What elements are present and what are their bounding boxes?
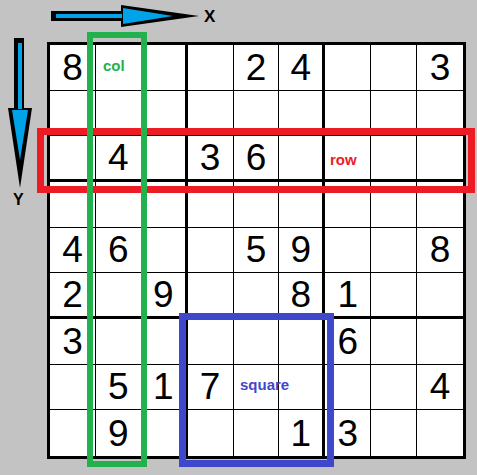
- sudoku-cell[interactable]: [417, 182, 463, 228]
- sudoku-cell[interactable]: [188, 410, 234, 456]
- square-label: square: [240, 377, 289, 392]
- sudoku-cell[interactable]: [371, 182, 417, 228]
- sudoku-cell[interactable]: 4: [50, 228, 96, 274]
- sudoku-cell[interactable]: 1: [142, 365, 188, 411]
- sudoku-cell[interactable]: 4: [279, 45, 325, 91]
- sudoku-cell[interactable]: 3: [325, 410, 371, 456]
- sudoku-cell[interactable]: [417, 273, 463, 319]
- sudoku-cell[interactable]: [279, 182, 325, 228]
- sudoku-cell[interactable]: [50, 410, 96, 456]
- sudoku-cell[interactable]: [188, 273, 234, 319]
- col-label: col: [103, 58, 125, 73]
- sudoku-cell[interactable]: [96, 182, 142, 228]
- sudoku-cell[interactable]: [371, 319, 417, 365]
- sudoku-cell[interactable]: [325, 228, 371, 274]
- y-axis-arrow-icon: [7, 38, 33, 188]
- sudoku-cell[interactable]: [325, 365, 371, 411]
- sudoku-cell[interactable]: [417, 410, 463, 456]
- sudoku-cell[interactable]: 1: [325, 273, 371, 319]
- sudoku-cell[interactable]: [234, 273, 280, 319]
- sudoku-cell[interactable]: [188, 91, 234, 137]
- sudoku-cell[interactable]: [50, 365, 96, 411]
- sudoku-cell[interactable]: [96, 319, 142, 365]
- sudoku-cell[interactable]: [234, 410, 280, 456]
- sudoku-cell[interactable]: 8: [417, 228, 463, 274]
- sudoku-cell[interactable]: [279, 91, 325, 137]
- sudoku-cell[interactable]: [279, 136, 325, 182]
- sudoku-cell[interactable]: [371, 273, 417, 319]
- sudoku-cell[interactable]: [234, 319, 280, 365]
- sudoku-cell[interactable]: [417, 91, 463, 137]
- sudoku-cell[interactable]: [371, 45, 417, 91]
- sudoku-cell[interactable]: 3: [50, 319, 96, 365]
- sudoku-cell[interactable]: 8: [50, 45, 96, 91]
- sudoku-cell[interactable]: [279, 319, 325, 365]
- sudoku-cell[interactable]: 6: [325, 319, 371, 365]
- sudoku-cell[interactable]: [371, 365, 417, 411]
- sudoku-cell[interactable]: [50, 91, 96, 137]
- sudoku-cell[interactable]: 7: [188, 365, 234, 411]
- sudoku-cell[interactable]: [234, 91, 280, 137]
- y-axis-label: Y: [13, 192, 24, 208]
- sudoku-cell[interactable]: 9: [279, 228, 325, 274]
- sudoku-cell[interactable]: [188, 228, 234, 274]
- sudoku-cell[interactable]: [371, 228, 417, 274]
- x-axis-label: X: [204, 8, 215, 25]
- sudoku-cell[interactable]: [371, 410, 417, 456]
- sudoku-cell[interactable]: 8: [279, 273, 325, 319]
- sudoku-cell[interactable]: [325, 182, 371, 228]
- sudoku-cell[interactable]: 9: [96, 410, 142, 456]
- sudoku-cell[interactable]: [142, 319, 188, 365]
- sudoku-board: 8243436465982981365174913: [47, 42, 466, 459]
- sudoku-cell[interactable]: [50, 182, 96, 228]
- sudoku-cell[interactable]: [142, 182, 188, 228]
- sudoku-cell[interactable]: [142, 410, 188, 456]
- sudoku-cell[interactable]: [50, 136, 96, 182]
- sudoku-cell[interactable]: [142, 45, 188, 91]
- sudoku-cell[interactable]: [234, 182, 280, 228]
- sudoku-cell[interactable]: [142, 91, 188, 137]
- x-axis-arrow-icon: [51, 4, 199, 28]
- sudoku-cell[interactable]: [371, 136, 417, 182]
- sudoku-cell[interactable]: 9: [142, 273, 188, 319]
- sudoku-cell[interactable]: 4: [417, 365, 463, 411]
- sudoku-cell[interactable]: 2: [50, 273, 96, 319]
- sudoku-cell[interactable]: [96, 273, 142, 319]
- sudoku-cell[interactable]: 4: [96, 136, 142, 182]
- sudoku-cell[interactable]: [417, 319, 463, 365]
- sudoku-cell[interactable]: 6: [234, 136, 280, 182]
- sudoku-cell[interactable]: [188, 319, 234, 365]
- sudoku-cell[interactable]: [188, 45, 234, 91]
- sudoku-cell[interactable]: 5: [234, 228, 280, 274]
- sudoku-cell[interactable]: 3: [188, 136, 234, 182]
- sudoku-cell[interactable]: [325, 91, 371, 137]
- sudoku-diagram: X Y 8243436465982981365174913 col row sq…: [0, 0, 477, 475]
- sudoku-cell[interactable]: 5: [96, 365, 142, 411]
- sudoku-cell[interactable]: 6: [96, 228, 142, 274]
- sudoku-cell[interactable]: [325, 45, 371, 91]
- sudoku-cell[interactable]: [417, 136, 463, 182]
- sudoku-cell[interactable]: [96, 91, 142, 137]
- sudoku-cell[interactable]: [188, 182, 234, 228]
- sudoku-cell[interactable]: [142, 136, 188, 182]
- row-label: row: [330, 152, 357, 167]
- sudoku-cell[interactable]: 3: [417, 45, 463, 91]
- sudoku-cell[interactable]: [371, 91, 417, 137]
- sudoku-cell[interactable]: 2: [234, 45, 280, 91]
- sudoku-cell[interactable]: 1: [279, 410, 325, 456]
- sudoku-cell[interactable]: [142, 228, 188, 274]
